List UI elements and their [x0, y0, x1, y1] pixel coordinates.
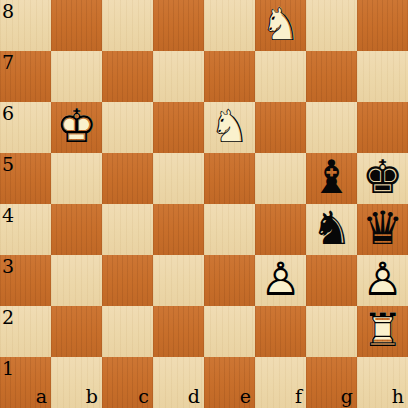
- square-c2[interactable]: [102, 306, 153, 357]
- square-d5[interactable]: [153, 153, 204, 204]
- rank-label-4: 4: [2, 206, 14, 225]
- square-b2[interactable]: [51, 306, 102, 357]
- file-label-a: a: [36, 387, 47, 406]
- square-d6[interactable]: [153, 102, 204, 153]
- square-a3[interactable]: 3: [0, 255, 51, 306]
- square-h7[interactable]: [357, 51, 408, 102]
- square-b4[interactable]: [51, 204, 102, 255]
- rank-label-3: 3: [2, 257, 14, 276]
- square-d8[interactable]: [153, 0, 204, 51]
- square-f6[interactable]: [255, 102, 306, 153]
- rank-label-7: 7: [2, 53, 14, 72]
- square-d4[interactable]: [153, 204, 204, 255]
- square-b1[interactable]: b: [51, 357, 102, 408]
- square-h6[interactable]: [357, 102, 408, 153]
- square-g6[interactable]: [306, 102, 357, 153]
- square-f8[interactable]: ♞♘: [255, 0, 306, 51]
- square-g1[interactable]: g: [306, 357, 357, 408]
- square-f3[interactable]: ♟♙: [255, 255, 306, 306]
- piece-white-pawn[interactable]: ♟♙: [255, 255, 306, 306]
- square-c8[interactable]: [102, 0, 153, 51]
- square-h5[interactable]: ♚: [357, 153, 408, 204]
- square-a6[interactable]: 6: [0, 102, 51, 153]
- white-king-outline: ♔: [51, 102, 102, 153]
- square-c7[interactable]: [102, 51, 153, 102]
- file-label-e: e: [240, 387, 251, 406]
- square-f2[interactable]: [255, 306, 306, 357]
- square-a8[interactable]: 8: [0, 0, 51, 51]
- square-d7[interactable]: [153, 51, 204, 102]
- piece-white-pawn[interactable]: ♟♙: [357, 255, 408, 306]
- square-a4[interactable]: 4: [0, 204, 51, 255]
- square-b7[interactable]: [51, 51, 102, 102]
- square-e2[interactable]: [204, 306, 255, 357]
- piece-white-knight[interactable]: ♞♘: [204, 102, 255, 153]
- square-h8[interactable]: [357, 0, 408, 51]
- square-g8[interactable]: [306, 0, 357, 51]
- rank-label-2: 2: [2, 308, 14, 327]
- piece-black-queen[interactable]: ♛: [357, 204, 408, 255]
- black-queen-glyph: ♛: [357, 204, 408, 255]
- square-d3[interactable]: [153, 255, 204, 306]
- piece-white-rook[interactable]: ♜♖: [357, 306, 408, 357]
- square-b3[interactable]: [51, 255, 102, 306]
- square-e3[interactable]: [204, 255, 255, 306]
- white-pawn-outline: ♙: [357, 255, 408, 306]
- rank-label-5: 5: [2, 155, 14, 174]
- square-b6[interactable]: ♚♔: [51, 102, 102, 153]
- file-label-g: g: [341, 387, 353, 406]
- file-label-h: h: [392, 387, 404, 406]
- piece-white-knight[interactable]: ♞♘: [255, 0, 306, 51]
- square-b8[interactable]: [51, 0, 102, 51]
- square-g3[interactable]: [306, 255, 357, 306]
- square-e4[interactable]: [204, 204, 255, 255]
- square-d2[interactable]: [153, 306, 204, 357]
- white-knight-outline: ♘: [204, 102, 255, 153]
- square-h1[interactable]: h: [357, 357, 408, 408]
- white-rook-outline: ♖: [357, 306, 408, 357]
- square-h2[interactable]: ♜♖: [357, 306, 408, 357]
- square-a5[interactable]: 5: [0, 153, 51, 204]
- rank-label-1: 1: [2, 359, 14, 378]
- black-bishop-glyph: ♝: [306, 153, 357, 204]
- white-knight-outline: ♘: [255, 0, 306, 51]
- square-g2[interactable]: [306, 306, 357, 357]
- square-g7[interactable]: [306, 51, 357, 102]
- piece-black-bishop[interactable]: ♝: [306, 153, 357, 204]
- square-g5[interactable]: ♝: [306, 153, 357, 204]
- square-c3[interactable]: [102, 255, 153, 306]
- square-c5[interactable]: [102, 153, 153, 204]
- square-a7[interactable]: 7: [0, 51, 51, 102]
- square-f7[interactable]: [255, 51, 306, 102]
- rank-label-8: 8: [2, 2, 14, 21]
- square-c6[interactable]: [102, 102, 153, 153]
- square-e6[interactable]: ♞♘: [204, 102, 255, 153]
- rank-label-6: 6: [2, 104, 14, 123]
- black-king-glyph: ♚: [357, 153, 408, 204]
- square-b5[interactable]: [51, 153, 102, 204]
- file-label-b: b: [86, 387, 98, 406]
- square-e8[interactable]: [204, 0, 255, 51]
- square-e5[interactable]: [204, 153, 255, 204]
- piece-black-king[interactable]: ♚: [357, 153, 408, 204]
- file-label-d: d: [188, 387, 200, 406]
- square-e7[interactable]: [204, 51, 255, 102]
- square-h3[interactable]: ♟♙: [357, 255, 408, 306]
- square-a1[interactable]: 1a: [0, 357, 51, 408]
- square-f4[interactable]: [255, 204, 306, 255]
- square-c4[interactable]: [102, 204, 153, 255]
- file-label-f: f: [295, 387, 302, 406]
- square-d1[interactable]: d: [153, 357, 204, 408]
- square-a2[interactable]: 2: [0, 306, 51, 357]
- square-f5[interactable]: [255, 153, 306, 204]
- piece-white-king[interactable]: ♚♔: [51, 102, 102, 153]
- square-h4[interactable]: ♛: [357, 204, 408, 255]
- chess-board: 8♞♘76♚♔♞♘5♝♚4♞♛3♟♙♟♙2♜♖1abcdefgh: [0, 0, 408, 408]
- square-g4[interactable]: ♞: [306, 204, 357, 255]
- square-c1[interactable]: c: [102, 357, 153, 408]
- file-label-c: c: [138, 387, 149, 406]
- square-e1[interactable]: e: [204, 357, 255, 408]
- square-f1[interactable]: f: [255, 357, 306, 408]
- white-pawn-outline: ♙: [255, 255, 306, 306]
- black-knight-glyph: ♞: [306, 204, 357, 255]
- piece-black-knight[interactable]: ♞: [306, 204, 357, 255]
